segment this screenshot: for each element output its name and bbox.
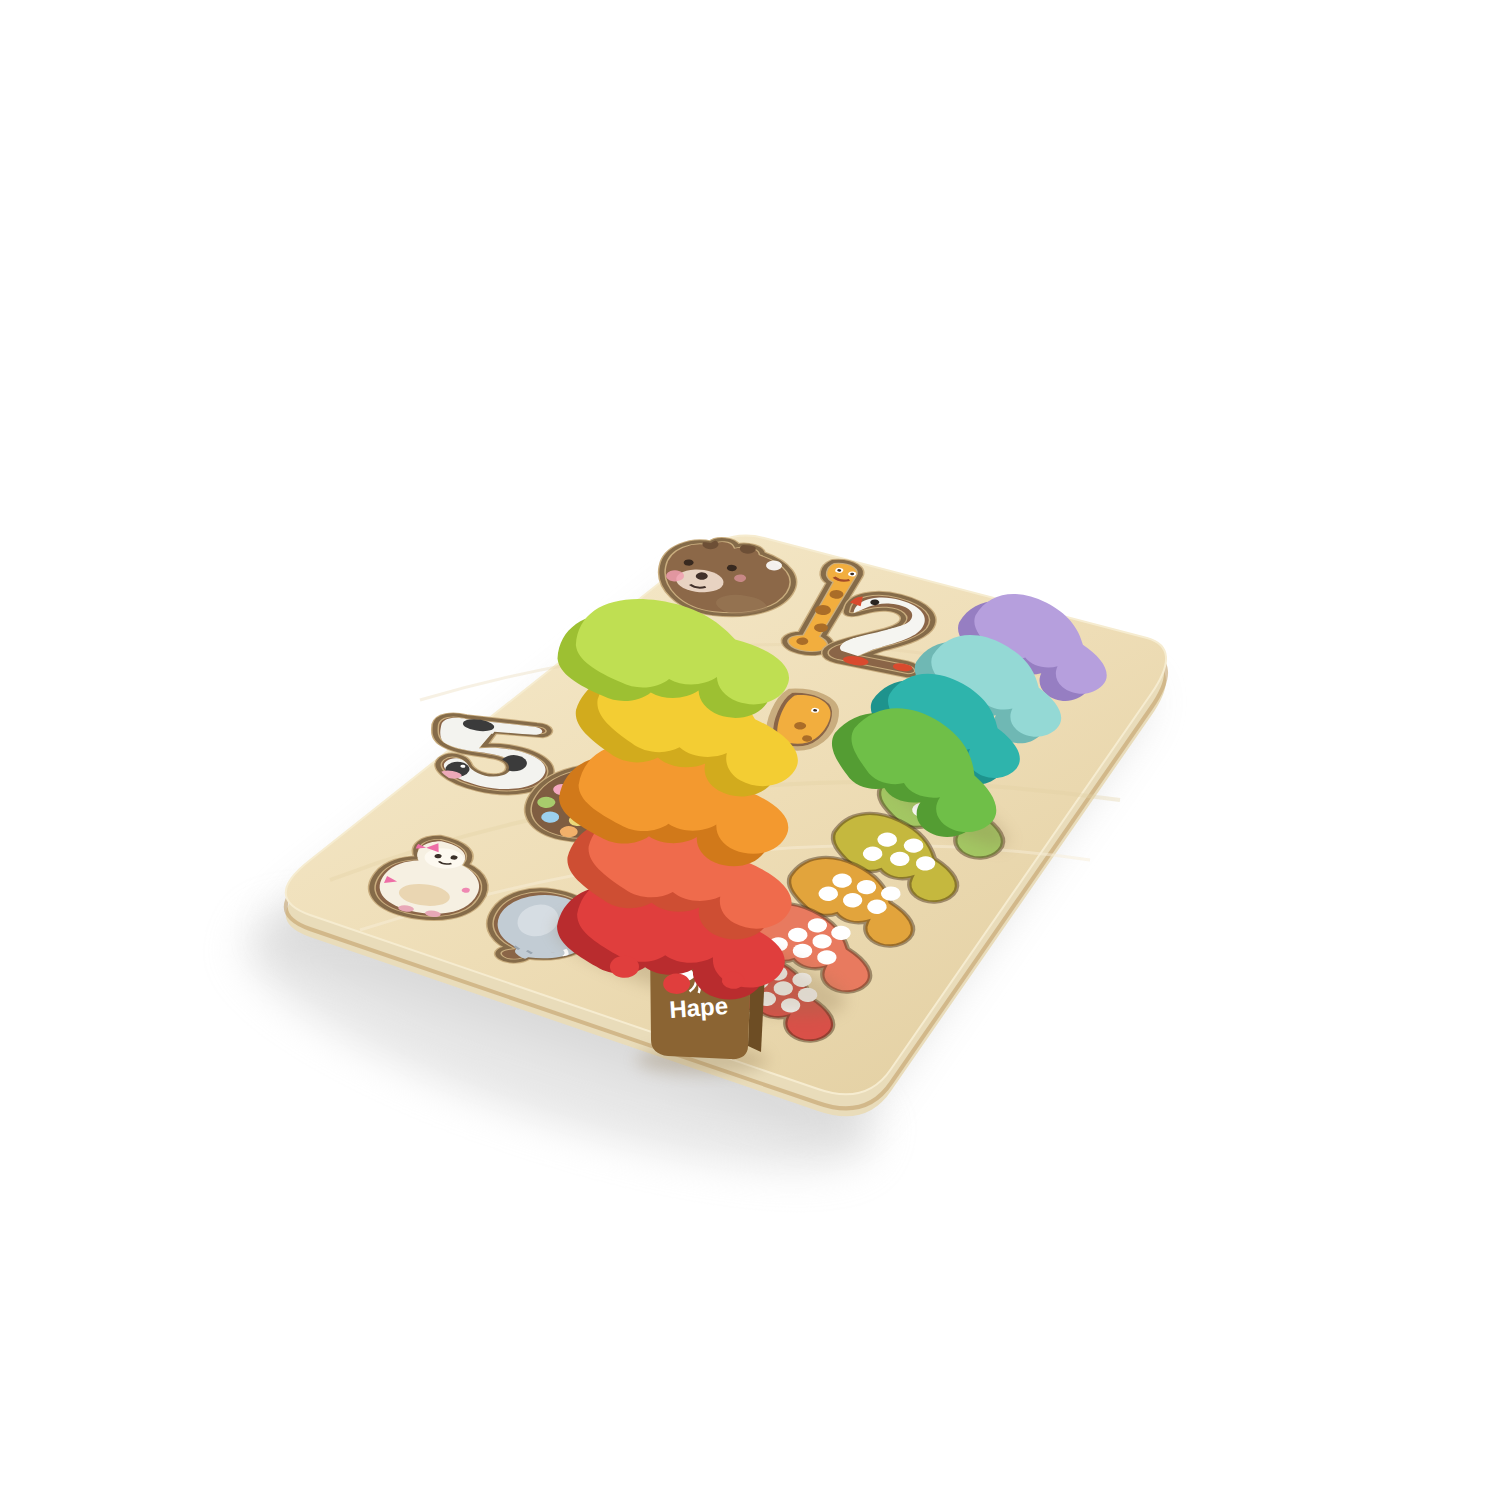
product-photo-stage: Hape xyxy=(0,0,1500,1500)
scene: Hape xyxy=(0,0,1500,1500)
